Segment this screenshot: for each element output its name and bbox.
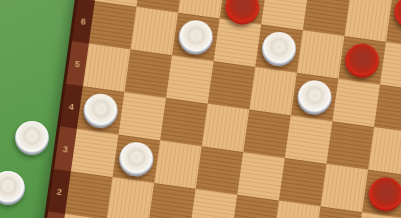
square-g3[interactable] <box>320 164 368 212</box>
square-g5[interactable] <box>332 79 380 127</box>
white-captured-piece-1[interactable] <box>15 121 49 155</box>
row-label-text: 5 <box>74 58 80 69</box>
checkers-board: 87654321 <box>39 0 401 218</box>
square-a6[interactable] <box>89 1 137 49</box>
square-a2[interactable] <box>65 171 113 218</box>
square-c4[interactable] <box>160 98 208 146</box>
square-c3[interactable] <box>154 140 202 188</box>
square-a5[interactable] <box>83 44 131 92</box>
square-d5[interactable] <box>208 61 256 109</box>
square-d3[interactable] <box>196 146 244 194</box>
square-c5[interactable] <box>166 55 214 103</box>
square-h4[interactable] <box>368 127 401 175</box>
square-b5[interactable] <box>124 49 172 97</box>
square-d4[interactable] <box>202 104 250 152</box>
square-f6[interactable] <box>297 30 345 78</box>
square-d6[interactable] <box>214 18 262 66</box>
row-label-text: 3 <box>62 143 68 154</box>
square-b2[interactable] <box>107 177 155 218</box>
square-b6[interactable] <box>130 7 178 55</box>
square-b4[interactable] <box>118 92 166 140</box>
square-d2[interactable] <box>190 189 238 218</box>
square-e3[interactable] <box>237 152 285 200</box>
row-label-text: 6 <box>80 16 86 27</box>
square-f3[interactable] <box>279 158 327 206</box>
square-h5[interactable] <box>374 84 401 132</box>
square-g7[interactable] <box>344 0 392 42</box>
row-label-text: 2 <box>56 186 62 197</box>
square-a3[interactable] <box>71 129 119 177</box>
square-e4[interactable] <box>243 109 291 157</box>
square-c2[interactable] <box>148 183 196 218</box>
square-e5[interactable] <box>249 67 297 115</box>
square-g4[interactable] <box>326 121 374 169</box>
white-captured-piece-2[interactable] <box>0 171 25 205</box>
square-f4[interactable] <box>285 115 333 163</box>
game-scene: 87654321 <box>0 0 401 218</box>
row-label-text: 4 <box>68 101 74 112</box>
